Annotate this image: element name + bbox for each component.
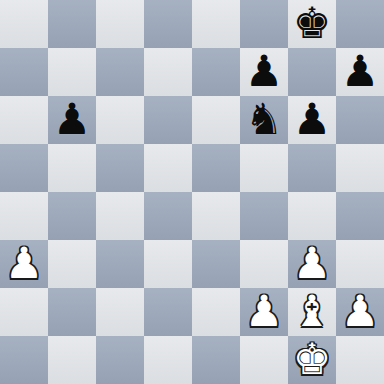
square-d8[interactable] — [144, 0, 192, 48]
square-g1[interactable]: ♚ — [288, 336, 336, 384]
square-f2[interactable]: ♟ — [240, 288, 288, 336]
square-c4[interactable] — [96, 192, 144, 240]
square-g2[interactable]: ♝ — [288, 288, 336, 336]
square-a4[interactable] — [0, 192, 48, 240]
square-h8[interactable] — [336, 0, 384, 48]
black-pawn[interactable]: ♟ — [341, 47, 380, 95]
square-g3[interactable]: ♟ — [288, 240, 336, 288]
black-king[interactable]: ♚ — [293, 0, 332, 47]
black-knight[interactable]: ♞ — [245, 95, 284, 143]
white-king[interactable]: ♚ — [293, 335, 332, 383]
square-b2[interactable] — [48, 288, 96, 336]
square-f3[interactable] — [240, 240, 288, 288]
white-bishop[interactable]: ♝ — [293, 287, 332, 335]
square-g8[interactable]: ♚ — [288, 0, 336, 48]
square-h6[interactable] — [336, 96, 384, 144]
square-c2[interactable] — [96, 288, 144, 336]
square-c5[interactable] — [96, 144, 144, 192]
square-e7[interactable] — [192, 48, 240, 96]
square-e8[interactable] — [192, 0, 240, 48]
square-f4[interactable] — [240, 192, 288, 240]
square-f5[interactable] — [240, 144, 288, 192]
square-d6[interactable] — [144, 96, 192, 144]
square-h7[interactable]: ♟ — [336, 48, 384, 96]
square-g6[interactable]: ♟ — [288, 96, 336, 144]
square-c7[interactable] — [96, 48, 144, 96]
square-d1[interactable] — [144, 336, 192, 384]
square-h2[interactable]: ♟ — [336, 288, 384, 336]
square-b5[interactable] — [48, 144, 96, 192]
square-f6[interactable]: ♞ — [240, 96, 288, 144]
white-pawn[interactable]: ♟ — [5, 239, 44, 287]
square-g4[interactable] — [288, 192, 336, 240]
square-g5[interactable] — [288, 144, 336, 192]
square-d3[interactable] — [144, 240, 192, 288]
square-a6[interactable] — [0, 96, 48, 144]
square-h4[interactable] — [336, 192, 384, 240]
square-a5[interactable] — [0, 144, 48, 192]
square-e3[interactable] — [192, 240, 240, 288]
square-a2[interactable] — [0, 288, 48, 336]
square-b7[interactable] — [48, 48, 96, 96]
square-b6[interactable]: ♟ — [48, 96, 96, 144]
square-d7[interactable] — [144, 48, 192, 96]
square-e2[interactable] — [192, 288, 240, 336]
black-pawn[interactable]: ♟ — [53, 95, 92, 143]
square-c3[interactable] — [96, 240, 144, 288]
square-c1[interactable] — [96, 336, 144, 384]
white-pawn[interactable]: ♟ — [341, 287, 380, 335]
black-pawn[interactable]: ♟ — [245, 47, 284, 95]
square-a3[interactable]: ♟ — [0, 240, 48, 288]
square-e5[interactable] — [192, 144, 240, 192]
square-e1[interactable] — [192, 336, 240, 384]
white-pawn[interactable]: ♟ — [245, 287, 284, 335]
chess-board: ♚♟♟♟♞♟♟♟♟♝♟♚ — [0, 0, 384, 384]
square-d4[interactable] — [144, 192, 192, 240]
white-pawn[interactable]: ♟ — [293, 239, 332, 287]
square-h5[interactable] — [336, 144, 384, 192]
black-pawn[interactable]: ♟ — [293, 95, 332, 143]
square-a8[interactable] — [0, 0, 48, 48]
square-h3[interactable] — [336, 240, 384, 288]
square-b8[interactable] — [48, 0, 96, 48]
square-e4[interactable] — [192, 192, 240, 240]
square-d5[interactable] — [144, 144, 192, 192]
square-b1[interactable] — [48, 336, 96, 384]
square-f1[interactable] — [240, 336, 288, 384]
square-g7[interactable] — [288, 48, 336, 96]
square-a1[interactable] — [0, 336, 48, 384]
square-b3[interactable] — [48, 240, 96, 288]
square-a7[interactable] — [0, 48, 48, 96]
square-c8[interactable] — [96, 0, 144, 48]
square-f8[interactable] — [240, 0, 288, 48]
square-d2[interactable] — [144, 288, 192, 336]
square-h1[interactable] — [336, 336, 384, 384]
square-e6[interactable] — [192, 96, 240, 144]
square-f7[interactable]: ♟ — [240, 48, 288, 96]
square-c6[interactable] — [96, 96, 144, 144]
square-b4[interactable] — [48, 192, 96, 240]
